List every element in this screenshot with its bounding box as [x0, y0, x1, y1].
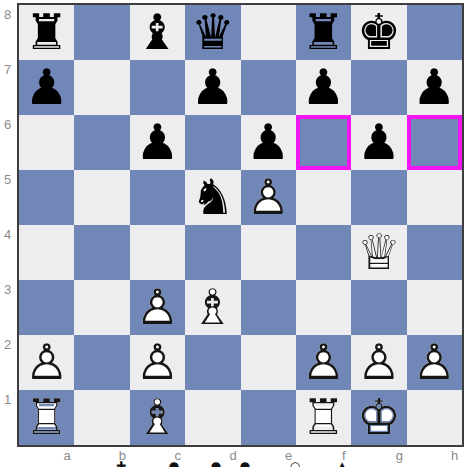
chess-board[interactable]: ♜♝♛♜♚♟♟♟♟♟♟♟♞♟♙♛♕♟♙♝♗♟♙♟♙♟♙♟♙♟♙♜♖♝♗♜♖♚♔	[17, 3, 464, 447]
square-e2[interactable]	[241, 335, 296, 390]
square-a8[interactable]: ♜	[19, 5, 74, 60]
black-pawn-h7[interactable]: ♟	[407, 60, 462, 115]
piece-glyph: ♟	[407, 60, 462, 115]
piece-glyph: ♟	[351, 115, 406, 170]
piece-glyph-outline: ♙	[130, 280, 185, 335]
black-bishop-c8[interactable]: ♝	[130, 5, 185, 60]
white-pawn-c3[interactable]: ♟♙	[130, 280, 185, 335]
white-pawn-h2[interactable]: ♟♙	[407, 335, 462, 390]
square-f6[interactable]	[296, 115, 351, 170]
piece-glyph: ♝	[130, 5, 185, 60]
piece-glyph: ♜	[19, 5, 74, 60]
square-h6[interactable]	[407, 115, 462, 170]
piece-glyph-outline: ♔	[351, 390, 406, 445]
square-c7[interactable]	[130, 60, 185, 115]
square-a4[interactable]	[19, 225, 74, 280]
square-a3[interactable]	[19, 280, 74, 335]
piece-glyph: ♞	[185, 170, 240, 225]
black-pawn-g6[interactable]: ♟	[351, 115, 406, 170]
white-queen-g4[interactable]: ♛♕	[351, 225, 406, 280]
square-d1[interactable]	[185, 390, 240, 445]
square-d7[interactable]: ♟	[185, 60, 240, 115]
square-a5[interactable]	[19, 170, 74, 225]
square-b2[interactable]	[74, 335, 129, 390]
file-label-e: e	[261, 447, 317, 465]
piece-glyph: ♟	[130, 115, 185, 170]
square-g8[interactable]: ♚	[351, 5, 406, 60]
square-b3[interactable]	[74, 280, 129, 335]
piece-glyph-outline: ♙	[241, 170, 296, 225]
black-pawn-d7[interactable]: ♟	[185, 60, 240, 115]
rank-label-2: 2	[0, 337, 15, 352]
square-c4[interactable]	[130, 225, 185, 280]
piece-glyph-outline: ♗	[130, 390, 185, 445]
square-h7[interactable]: ♟	[407, 60, 462, 115]
white-pawn-f2[interactable]: ♟♙	[296, 335, 351, 390]
rank-label-8: 8	[0, 7, 15, 22]
file-label-g: g	[371, 447, 427, 465]
square-b5[interactable]	[74, 170, 129, 225]
white-rook-a1[interactable]: ♜♖	[19, 390, 74, 445]
square-g5[interactable]	[351, 170, 406, 225]
square-h4[interactable]	[407, 225, 462, 280]
square-e4[interactable]	[241, 225, 296, 280]
clipped-piece-fragment: ●	[169, 460, 179, 467]
square-c6[interactable]: ♟	[130, 115, 185, 170]
square-e7[interactable]	[241, 60, 296, 115]
piece-glyph-outline: ♙	[296, 335, 351, 390]
rank-label-7: 7	[0, 62, 15, 77]
square-h3[interactable]	[407, 280, 462, 335]
square-e6[interactable]: ♟	[241, 115, 296, 170]
file-label-h: h	[427, 447, 465, 465]
clipped-piece-fragment: ●	[211, 460, 221, 467]
rank-label-5: 5	[0, 172, 15, 187]
white-king-g1[interactable]: ♚♔	[351, 390, 406, 445]
square-e1[interactable]	[241, 390, 296, 445]
square-f7[interactable]: ♟	[296, 60, 351, 115]
piece-glyph-outline: ♖	[296, 390, 351, 445]
piece-glyph-outline: ♗	[185, 280, 240, 335]
piece-glyph-outline: ♙	[19, 335, 74, 390]
square-f1[interactable]: ♜♖	[296, 390, 351, 445]
file-label-a: a	[39, 447, 95, 465]
square-c2[interactable]: ♟♙	[130, 335, 185, 390]
square-h1[interactable]	[407, 390, 462, 445]
square-h5[interactable]	[407, 170, 462, 225]
square-b1[interactable]	[74, 390, 129, 445]
rank-label-4: 4	[0, 227, 15, 242]
square-e5[interactable]: ♟♙	[241, 170, 296, 225]
square-d5[interactable]: ♞	[185, 170, 240, 225]
piece-glyph-outline: ♙	[407, 335, 462, 390]
piece-glyph: ♟	[185, 60, 240, 115]
square-b4[interactable]	[74, 225, 129, 280]
clipped-piece-fragment: ○	[290, 460, 300, 467]
square-b8[interactable]	[74, 5, 129, 60]
rank-label-1: 1	[0, 392, 15, 407]
piece-glyph: ♟	[19, 60, 74, 115]
piece-glyph-outline: ♙	[351, 335, 406, 390]
square-h8[interactable]	[407, 5, 462, 60]
square-g3[interactable]	[351, 280, 406, 335]
piece-glyph-outline: ♖	[19, 390, 74, 445]
square-f4[interactable]	[296, 225, 351, 280]
square-b7[interactable]	[74, 60, 129, 115]
square-c8[interactable]: ♝	[130, 5, 185, 60]
square-g2[interactable]: ♟♙	[351, 335, 406, 390]
white-rook-f1[interactable]: ♜♖	[296, 390, 351, 445]
black-queen-d8[interactable]: ♛	[185, 5, 240, 60]
black-king-g8[interactable]: ♚	[351, 5, 406, 60]
square-e8[interactable]	[241, 5, 296, 60]
black-pawn-f7[interactable]: ♟	[296, 60, 351, 115]
white-pawn-a2[interactable]: ♟♙	[19, 335, 74, 390]
white-bishop-c1[interactable]: ♝♗	[130, 390, 185, 445]
black-rook-f8[interactable]: ♜	[296, 5, 351, 60]
piece-glyph-outline: ♙	[130, 335, 185, 390]
square-f5[interactable]	[296, 170, 351, 225]
rank-label-3: 3	[0, 282, 15, 297]
square-g4[interactable]: ♛♕	[351, 225, 406, 280]
piece-glyph: ♚	[351, 5, 406, 60]
piece-glyph-outline: ♕	[351, 225, 406, 280]
square-c5[interactable]	[130, 170, 185, 225]
square-g1[interactable]: ♚♔	[351, 390, 406, 445]
clipped-piece-fragment: ✚	[116, 460, 126, 467]
piece-glyph: ♜	[296, 5, 351, 60]
piece-glyph: ♟	[296, 60, 351, 115]
black-knight-d5[interactable]: ♞	[185, 170, 240, 225]
piece-glyph: ♟	[241, 115, 296, 170]
piece-glyph: ♛	[185, 5, 240, 60]
square-e3[interactable]	[241, 280, 296, 335]
square-a6[interactable]	[19, 115, 74, 170]
rank-label-6: 6	[0, 117, 15, 132]
square-c1[interactable]: ♝♗	[130, 390, 185, 445]
white-pawn-g2[interactable]: ♟♙	[351, 335, 406, 390]
square-c3[interactable]: ♟♙	[130, 280, 185, 335]
black-pawn-e6[interactable]: ♟	[241, 115, 296, 170]
square-g6[interactable]: ♟	[351, 115, 406, 170]
black-pawn-a7[interactable]: ♟	[19, 60, 74, 115]
square-a7[interactable]: ♟	[19, 60, 74, 115]
black-pawn-c6[interactable]: ♟	[130, 115, 185, 170]
square-f3[interactable]	[296, 280, 351, 335]
clipped-piece-fragment: ●	[240, 460, 250, 467]
square-d4[interactable]	[185, 225, 240, 280]
white-bishop-d3[interactable]: ♝♗	[185, 280, 240, 335]
square-a1[interactable]: ♜♖	[19, 390, 74, 445]
square-d6[interactable]	[185, 115, 240, 170]
black-rook-a8[interactable]: ♜	[19, 5, 74, 60]
clipped-piece-fragment: ▲	[337, 460, 346, 467]
square-f2[interactable]: ♟♙	[296, 335, 351, 390]
square-a2[interactable]: ♟♙	[19, 335, 74, 390]
square-b6[interactable]	[74, 115, 129, 170]
white-pawn-c2[interactable]: ♟♙	[130, 335, 185, 390]
chess-board-screenshot: ♜♝♛♜♚♟♟♟♟♟♟♟♞♟♙♛♕♟♙♝♗♟♙♟♙♟♙♟♙♟♙♜♖♝♗♜♖♚♔ …	[0, 0, 465, 467]
square-d3[interactable]: ♝♗	[185, 280, 240, 335]
square-g7[interactable]	[351, 60, 406, 115]
white-pawn-e5[interactable]: ♟♙	[241, 170, 296, 225]
square-h2[interactable]: ♟♙	[407, 335, 462, 390]
square-f8[interactable]: ♜	[296, 5, 351, 60]
square-d2[interactable]	[185, 335, 240, 390]
square-d8[interactable]: ♛	[185, 5, 240, 60]
